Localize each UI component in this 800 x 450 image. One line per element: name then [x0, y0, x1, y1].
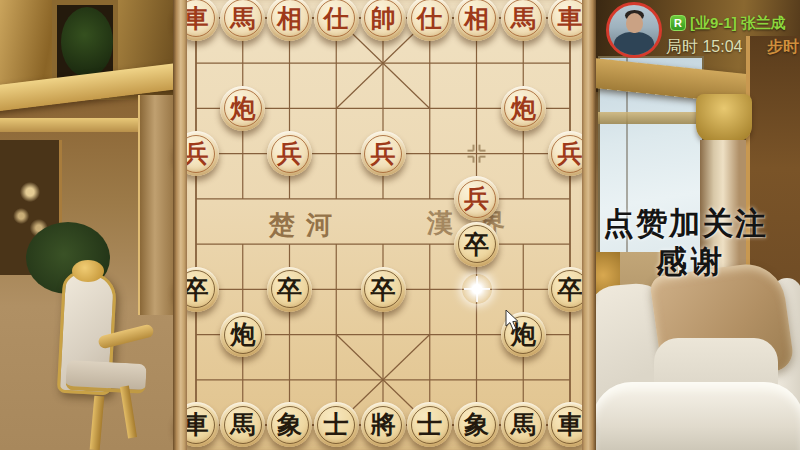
- piece-label: 馬: [511, 6, 536, 31]
- piece-label: 卒: [184, 277, 209, 302]
- piece-label: 炮: [230, 322, 255, 347]
- avatar-body: [614, 32, 654, 58]
- piece-label: 車: [558, 6, 583, 31]
- red-piece[interactable]: 相: [454, 0, 499, 41]
- piece-label: 兵: [464, 186, 489, 211]
- piece-label: 象: [464, 412, 489, 437]
- piece-label: 象: [277, 412, 302, 437]
- column-capital: [696, 94, 752, 142]
- sofa-arm-roll: [596, 382, 800, 450]
- red-piece[interactable]: 兵: [267, 131, 312, 176]
- screen: 楚河 漢界 車馬相仕帥仕相馬車炮炮兵兵兵兵兵卒卒卒卒卒炮炮車馬象士將士象馬車 R…: [0, 0, 800, 450]
- piece-label: 兵: [371, 141, 396, 166]
- rank-badge: R: [670, 15, 686, 31]
- piece-label: 仕: [324, 6, 349, 31]
- piece-label: 車: [558, 412, 583, 437]
- gold-chair-crest: [72, 260, 104, 282]
- game-clock: 局时 15:04: [666, 37, 743, 58]
- cta-line2: 感谢: [656, 241, 726, 283]
- step-time-label: 步时: [767, 37, 799, 58]
- black-piece[interactable]: 士: [314, 402, 359, 447]
- window-gold-bar: [598, 112, 704, 124]
- red-piece[interactable]: 馬: [501, 0, 546, 41]
- player-name: [业9-1] 张兰成: [690, 14, 786, 33]
- black-piece[interactable]: 炮: [220, 312, 265, 357]
- piece-label: 炮: [230, 96, 255, 121]
- black-piece[interactable]: 馬: [501, 402, 546, 447]
- piece-label: 士: [324, 412, 349, 437]
- streamer-avatar[interactable]: [606, 2, 662, 58]
- cta-line1: 点赞加关注: [603, 203, 768, 245]
- piece-label: 車: [184, 412, 209, 437]
- piece-label: 車: [184, 6, 209, 31]
- piece-label: 卒: [371, 277, 396, 302]
- piece-label: 相: [277, 6, 302, 31]
- xiangqi-board[interactable]: 楚河 漢界 車馬相仕帥仕相馬車炮炮兵兵兵兵兵卒卒卒卒卒炮炮車馬象士將士象馬車: [173, 0, 596, 450]
- piece-label: 卒: [464, 232, 489, 257]
- red-piece[interactable]: 炮: [220, 86, 265, 131]
- piece-label: 仕: [417, 6, 442, 31]
- plant-top: [61, 7, 113, 77]
- piece-label: 帥: [371, 6, 396, 31]
- piece-label: 士: [417, 412, 442, 437]
- last-move-glow-marker: [462, 274, 492, 304]
- piece-label: 卒: [558, 277, 583, 302]
- piece-label: 炮: [511, 96, 536, 121]
- piece-label: 馬: [230, 6, 255, 31]
- gold-chair-seat: [65, 360, 146, 394]
- piece-label: 卒: [277, 277, 302, 302]
- red-piece[interactable]: 相: [267, 0, 312, 41]
- piece-label: 馬: [511, 412, 536, 437]
- piece-label: 馬: [230, 412, 255, 437]
- board-grid: [173, 0, 596, 450]
- game-time-value: 15:04: [702, 38, 742, 55]
- piece-label: 兵: [184, 141, 209, 166]
- black-piece[interactable]: 將: [361, 402, 406, 447]
- black-piece[interactable]: 卒: [361, 267, 406, 312]
- mouse-cursor: [505, 310, 521, 332]
- river-label-left: 楚河: [269, 208, 343, 243]
- board-frame-left: [173, 0, 187, 450]
- red-piece[interactable]: 炮: [501, 86, 546, 131]
- red-piece[interactable]: 兵: [361, 131, 406, 176]
- black-piece[interactable]: 卒: [454, 222, 499, 267]
- avatar-face: [626, 13, 643, 33]
- game-time-label: 局时: [666, 38, 698, 55]
- board-frame-right: [582, 0, 596, 450]
- piece-label: 將: [371, 412, 396, 437]
- red-piece[interactable]: 帥: [361, 0, 406, 41]
- black-piece[interactable]: 卒: [267, 267, 312, 312]
- red-piece[interactable]: 仕: [314, 0, 359, 41]
- piece-label: 兵: [277, 141, 302, 166]
- piece-label: 相: [464, 6, 489, 31]
- background-left-photo: [0, 0, 173, 450]
- piece-label: 兵: [558, 141, 583, 166]
